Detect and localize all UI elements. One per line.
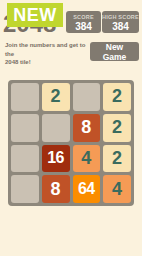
tile-2: 2 xyxy=(103,114,131,142)
game-screen: 2048 NEW SCORE 384 HIGH SCORE 384 Join t… xyxy=(0,0,142,256)
tile-4: 4 xyxy=(103,175,131,203)
new-game-button[interactable]: New Game xyxy=(90,42,139,61)
empty-cell xyxy=(73,83,101,111)
high-score-value: 384 xyxy=(112,21,129,32)
game-subtitle: Join the numbers and get to the 2048 til… xyxy=(5,41,95,67)
empty-cell xyxy=(11,83,39,111)
high-score-box: HIGH SCORE 384 xyxy=(102,11,139,33)
tile-2: 2 xyxy=(42,83,70,111)
new-badge: NEW xyxy=(7,3,63,27)
tile-8: 8 xyxy=(42,175,70,203)
subtitle-line-2: 2048 tile! xyxy=(5,58,95,67)
new-badge-label: NEW xyxy=(13,5,57,26)
tile-16: 16 xyxy=(42,145,70,173)
high-score-label: HIGH SCORE xyxy=(102,14,139,21)
empty-cell xyxy=(42,114,70,142)
score-label: SCORE xyxy=(73,14,94,21)
score-value: 384 xyxy=(75,21,92,32)
tile-2: 2 xyxy=(103,145,131,173)
subtitle-line-1: Join the numbers and get to the xyxy=(5,41,95,58)
score-box: SCORE 384 xyxy=(66,11,101,33)
tile-8: 8 xyxy=(73,114,101,142)
tile-64: 64 xyxy=(73,175,101,203)
game-board[interactable]: 228216428644 xyxy=(8,80,134,206)
empty-cell xyxy=(11,175,39,203)
empty-cell xyxy=(11,145,39,173)
new-game-button-label: New Game xyxy=(96,42,133,62)
tile-2: 2 xyxy=(103,83,131,111)
empty-cell xyxy=(11,114,39,142)
tile-4: 4 xyxy=(73,145,101,173)
